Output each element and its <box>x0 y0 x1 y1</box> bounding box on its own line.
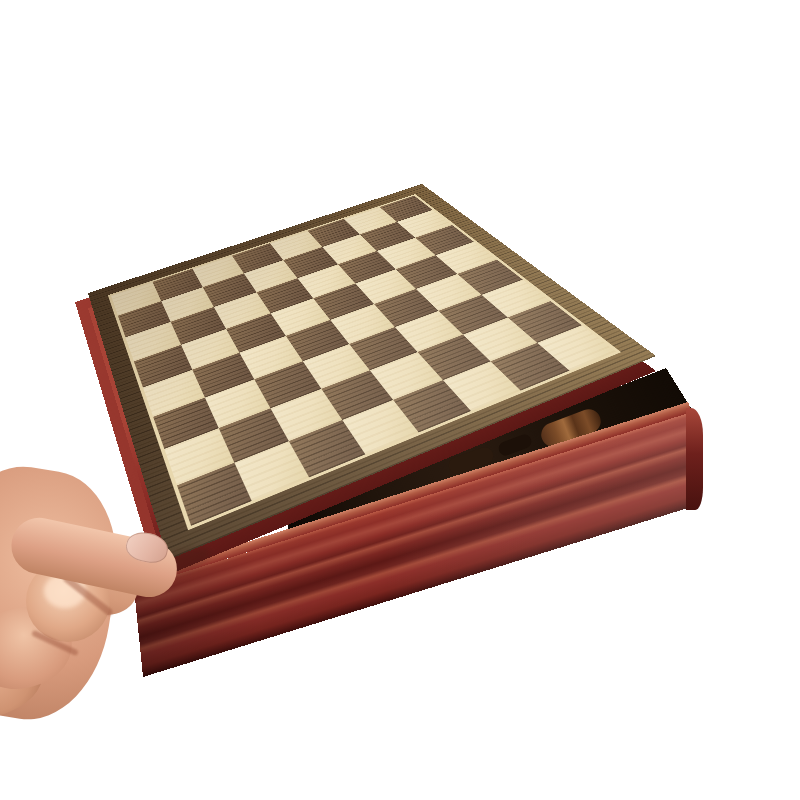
product-photo-scene <box>0 0 800 800</box>
box-right-corner <box>686 408 703 510</box>
